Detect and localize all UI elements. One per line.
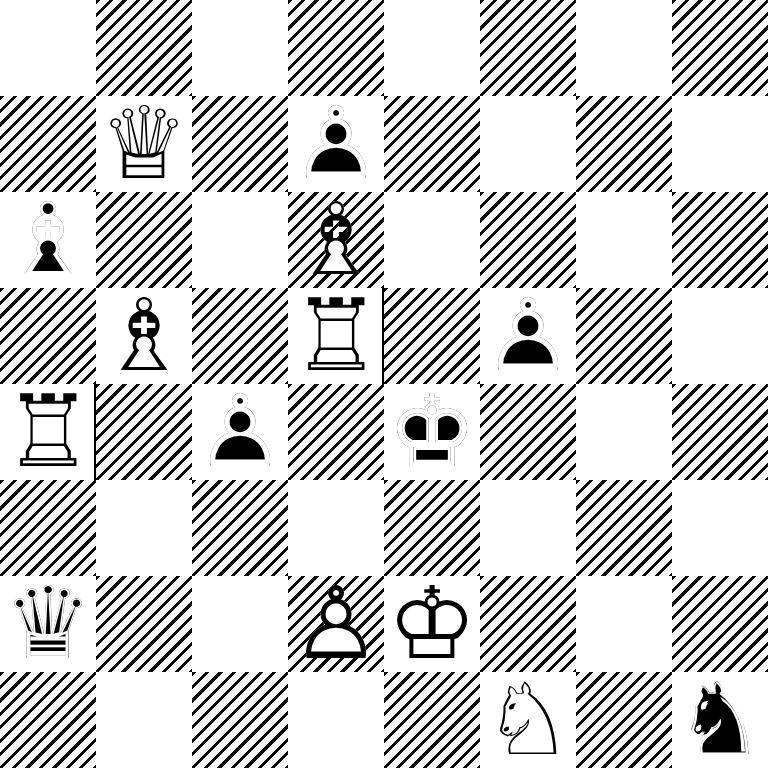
piece-outline-glyph: ♘ (480, 672, 576, 768)
black-pawn[interactable]: ♟♙ (192, 384, 288, 480)
square-a1[interactable] (0, 672, 96, 768)
square-c6[interactable] (192, 192, 288, 288)
black-king[interactable]: ♚♔ (384, 384, 480, 480)
piece-fill-glyph: ♝ (288, 192, 384, 288)
square-b7[interactable]: ♛♕ (96, 96, 192, 192)
square-c1[interactable] (192, 672, 288, 768)
square-g4[interactable] (576, 384, 672, 480)
piece-outline-glyph: ♖ (0, 384, 96, 480)
piece-outline-glyph: ♗ (288, 192, 384, 288)
square-h7[interactable] (672, 96, 768, 192)
piece-fill-glyph: ♝ (96, 288, 192, 384)
square-e7[interactable] (384, 96, 480, 192)
piece-outline-glyph: ♖ (288, 288, 384, 384)
piece-outline-glyph: ♗ (0, 192, 96, 288)
square-g2[interactable] (576, 576, 672, 672)
square-c4[interactable]: ♟♙ (192, 384, 288, 480)
square-a6[interactable]: ♝♗ (0, 192, 96, 288)
black-pawn[interactable]: ♟♙ (288, 96, 384, 192)
square-f7[interactable] (480, 96, 576, 192)
piece-fill-glyph: ♞ (672, 672, 768, 768)
white-rook[interactable]: ♜♖ (288, 288, 384, 384)
square-a8[interactable] (0, 0, 96, 96)
square-a7[interactable] (0, 96, 96, 192)
square-h5[interactable] (672, 288, 768, 384)
white-bishop[interactable]: ♝♗ (288, 192, 384, 288)
square-b8[interactable] (96, 0, 192, 96)
piece-fill-glyph: ♟ (192, 384, 288, 480)
square-d8[interactable] (288, 0, 384, 96)
square-h6[interactable] (672, 192, 768, 288)
black-pawn[interactable]: ♟♙ (480, 288, 576, 384)
square-d6[interactable]: ♝♗ (288, 192, 384, 288)
square-b6[interactable] (96, 192, 192, 288)
square-f2[interactable] (480, 576, 576, 672)
square-h4[interactable] (672, 384, 768, 480)
square-f6[interactable] (480, 192, 576, 288)
piece-outline-glyph: ♔ (384, 576, 480, 672)
piece-outline-glyph: ♙ (288, 96, 384, 192)
square-b4[interactable] (96, 384, 192, 480)
white-pawn[interactable]: ♟♙ (288, 576, 384, 672)
black-queen[interactable]: ♛♕ (0, 576, 96, 672)
square-h3[interactable] (672, 480, 768, 576)
white-king[interactable]: ♚♔ (384, 576, 480, 672)
square-a5[interactable] (0, 288, 96, 384)
square-h8[interactable] (672, 0, 768, 96)
square-d7[interactable]: ♟♙ (288, 96, 384, 192)
square-g1[interactable] (576, 672, 672, 768)
piece-outline-glyph: ♙ (192, 384, 288, 480)
square-d4[interactable] (288, 384, 384, 480)
square-f3[interactable] (480, 480, 576, 576)
piece-fill-glyph: ♛ (0, 576, 96, 672)
square-g5[interactable] (576, 288, 672, 384)
square-b5[interactable]: ♝♗ (96, 288, 192, 384)
square-c5[interactable] (192, 288, 288, 384)
chess-board: ♛♕♟♙♝♗♝♗♝♗♜♖♟♙♜♖♟♙♚♔♛♕♟♙♚♔♞♘♞♘ (0, 0, 768, 768)
piece-fill-glyph: ♜ (288, 288, 384, 384)
square-b1[interactable] (96, 672, 192, 768)
piece-fill-glyph: ♟ (480, 288, 576, 384)
piece-outline-glyph: ♙ (288, 576, 384, 672)
square-f8[interactable] (480, 0, 576, 96)
piece-fill-glyph: ♞ (480, 672, 576, 768)
square-h1[interactable]: ♞♘ (672, 672, 768, 768)
square-g3[interactable] (576, 480, 672, 576)
square-e8[interactable] (384, 0, 480, 96)
square-e6[interactable] (384, 192, 480, 288)
square-g8[interactable] (576, 0, 672, 96)
square-a2[interactable]: ♛♕ (0, 576, 96, 672)
piece-fill-glyph: ♛ (96, 96, 192, 192)
white-queen[interactable]: ♛♕ (96, 96, 192, 192)
square-g7[interactable] (576, 96, 672, 192)
square-h2[interactable] (672, 576, 768, 672)
piece-outline-glyph: ♕ (0, 576, 96, 672)
square-a3[interactable] (0, 480, 96, 576)
piece-fill-glyph: ♟ (288, 96, 384, 192)
square-e1[interactable] (384, 672, 480, 768)
square-d2[interactable]: ♟♙ (288, 576, 384, 672)
square-e2[interactable]: ♚♔ (384, 576, 480, 672)
piece-fill-glyph: ♚ (384, 384, 480, 480)
square-g6[interactable] (576, 192, 672, 288)
piece-fill-glyph: ♟ (288, 576, 384, 672)
white-bishop[interactable]: ♝♗ (96, 288, 192, 384)
square-a4[interactable]: ♜♖ (0, 384, 96, 480)
square-c7[interactable] (192, 96, 288, 192)
white-knight[interactable]: ♞♘ (480, 672, 576, 768)
square-c3[interactable] (192, 480, 288, 576)
square-d5[interactable]: ♜♖ (288, 288, 384, 384)
piece-fill-glyph: ♝ (0, 192, 96, 288)
black-bishop[interactable]: ♝♗ (0, 192, 96, 288)
square-f5[interactable]: ♟♙ (480, 288, 576, 384)
piece-outline-glyph: ♕ (96, 96, 192, 192)
piece-outline-glyph: ♗ (96, 288, 192, 384)
square-e5[interactable] (384, 288, 480, 384)
square-c2[interactable] (192, 576, 288, 672)
black-knight[interactable]: ♞♘ (672, 672, 768, 768)
square-c8[interactable] (192, 0, 288, 96)
white-rook[interactable]: ♜♖ (0, 384, 96, 480)
piece-outline-glyph: ♙ (480, 288, 576, 384)
square-b2[interactable] (96, 576, 192, 672)
square-d3[interactable] (288, 480, 384, 576)
square-e4[interactable]: ♚♔ (384, 384, 480, 480)
square-f4[interactable] (480, 384, 576, 480)
piece-outline-glyph: ♔ (384, 384, 480, 480)
piece-fill-glyph: ♜ (0, 384, 96, 480)
square-f1[interactable]: ♞♘ (480, 672, 576, 768)
piece-fill-glyph: ♚ (384, 576, 480, 672)
square-d1[interactable] (288, 672, 384, 768)
square-b3[interactable] (96, 480, 192, 576)
square-e3[interactable] (384, 480, 480, 576)
piece-outline-glyph: ♘ (672, 672, 768, 768)
